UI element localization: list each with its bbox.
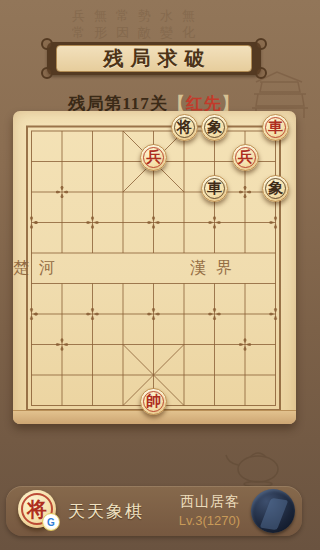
river-label-han: 漢界 [190,258,242,279]
app-logo-icon: 将 G [18,490,56,528]
decorative-watermark: 兵無常勢水無 常形因敵變化 [72,7,262,41]
black-piece-車[interactable]: 車 [201,175,228,202]
red-piece-帥[interactable]: 帥 [140,388,167,415]
red-piece-兵[interactable]: 兵 [140,144,167,171]
avatar-icon[interactable] [251,489,295,533]
black-piece-象[interactable]: 象 [262,175,289,202]
title-banner: 残局求破 [47,42,261,75]
app-name: 天天象棋 [68,486,144,536]
footer-bar[interactable]: 将 G 天天象棋 西山居客 Lv.3(1270) [6,486,302,536]
user-name: 西山居客 [179,492,240,511]
teapot-icon [220,443,290,487]
banner-ornament-left [41,38,53,79]
red-piece-車[interactable]: 車 [262,114,289,141]
black-piece-将[interactable]: 将 [171,114,198,141]
red-piece-兵[interactable]: 兵 [232,144,259,171]
page-title: 残局求破 [97,45,212,72]
user-level: Lv.3(1270) [179,511,240,530]
black-piece-象[interactable]: 象 [201,114,228,141]
badge-icon: G [42,513,60,531]
banner-ornament-right [255,38,267,79]
river-label-chu: 楚河 [13,258,65,279]
xiangqi-board[interactable]: 楚河 漢界 将象車兵兵車象帥 [13,111,296,424]
